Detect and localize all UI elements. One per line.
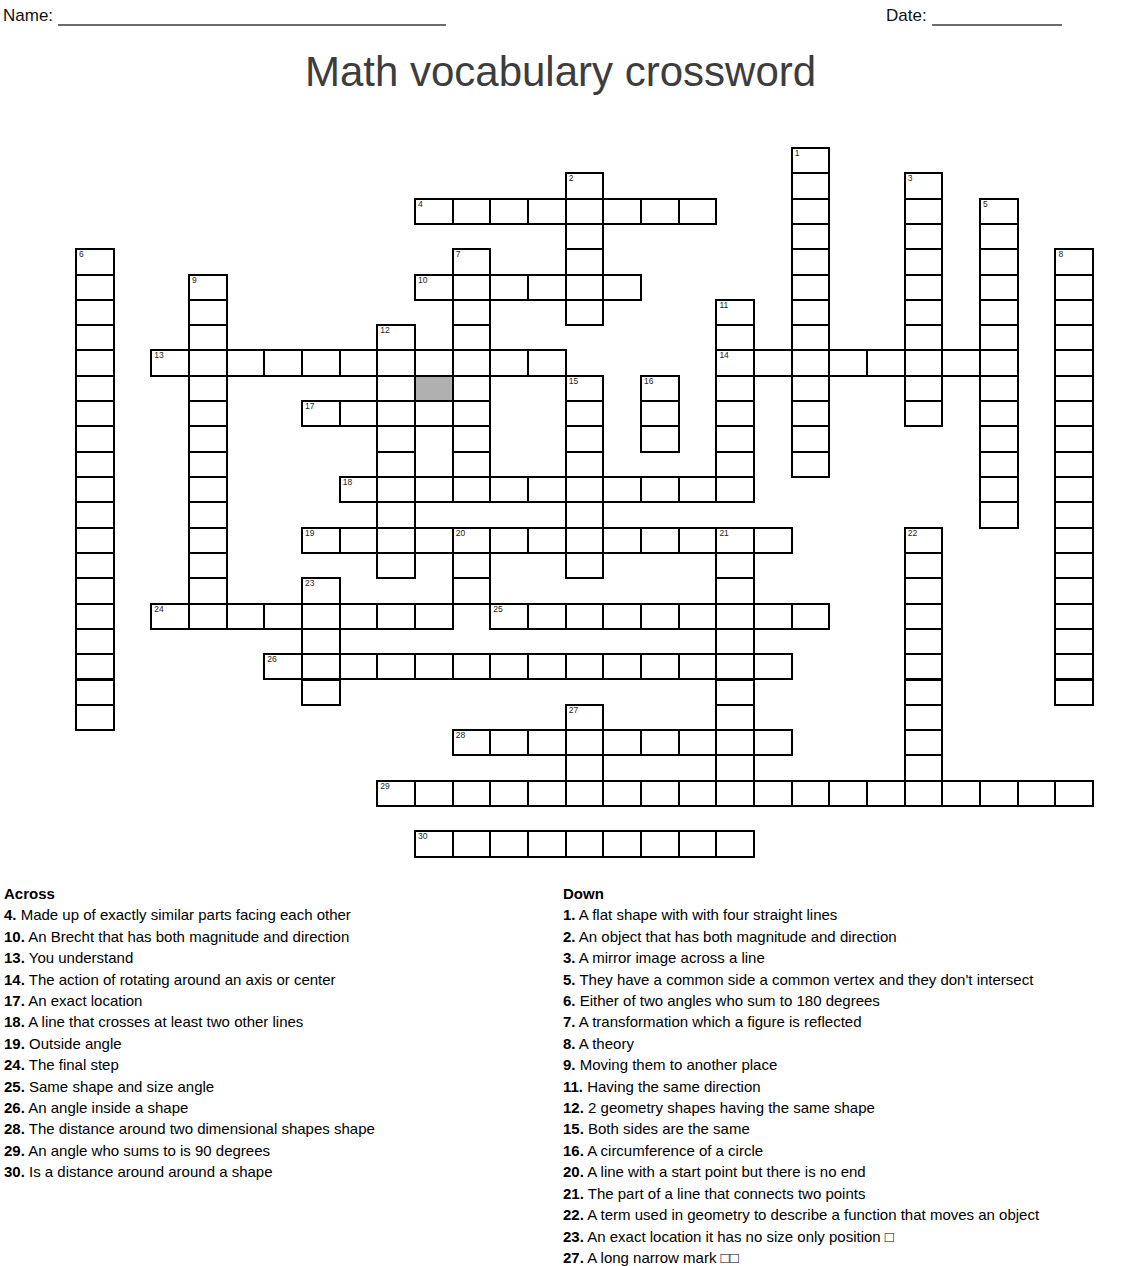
grid-cell[interactable] bbox=[414, 603, 454, 630]
grid-cell[interactable] bbox=[715, 754, 755, 781]
grid-cell[interactable] bbox=[489, 476, 529, 503]
grid-cell[interactable] bbox=[376, 501, 416, 528]
grid-cell[interactable] bbox=[75, 324, 115, 351]
grid-cell[interactable] bbox=[75, 349, 115, 376]
grid-cell[interactable] bbox=[904, 577, 944, 604]
grid-cell[interactable] bbox=[489, 349, 529, 376]
grid-cell[interactable] bbox=[904, 704, 944, 731]
grid-cell[interactable] bbox=[565, 425, 605, 452]
grid-cell[interactable] bbox=[753, 349, 793, 376]
grid-cell[interactable] bbox=[678, 780, 718, 807]
across-clue: 18. A line that crosses at least two oth… bbox=[4, 1011, 554, 1032]
grid-cell[interactable] bbox=[640, 425, 680, 452]
grid-cell[interactable] bbox=[489, 527, 529, 554]
grid-cell[interactable] bbox=[904, 198, 944, 225]
grid-cell[interactable] bbox=[791, 780, 831, 807]
grid-cell[interactable] bbox=[1054, 603, 1094, 630]
grid-cell[interactable] bbox=[715, 603, 755, 630]
grid-cell[interactable]: 14 bbox=[715, 349, 755, 376]
grid-cell[interactable] bbox=[226, 603, 266, 630]
grid-cell[interactable] bbox=[791, 223, 831, 250]
grid-cell[interactable] bbox=[376, 425, 416, 452]
grid-cell[interactable] bbox=[979, 248, 1019, 275]
clue-text: Having the same direction bbox=[583, 1078, 761, 1095]
grid-cell[interactable] bbox=[715, 577, 755, 604]
grid-cell[interactable] bbox=[602, 274, 642, 301]
grid-cell[interactable] bbox=[715, 425, 755, 452]
grid-cell[interactable] bbox=[565, 400, 605, 427]
grid-cell[interactable] bbox=[1017, 780, 1057, 807]
grid-cell[interactable]: 16 bbox=[640, 375, 680, 402]
grid-cell[interactable] bbox=[640, 198, 680, 225]
grid-cell[interactable] bbox=[1054, 628, 1094, 655]
grid-cell[interactable] bbox=[452, 198, 492, 225]
clue-list-number: 23. bbox=[563, 1228, 584, 1245]
grid-cell[interactable] bbox=[640, 476, 680, 503]
grid-cell[interactable] bbox=[414, 527, 454, 554]
grid-cell[interactable]: 7 bbox=[452, 248, 492, 275]
grid-cell[interactable] bbox=[527, 198, 567, 225]
grid-cell[interactable] bbox=[678, 198, 718, 225]
grid-cell[interactable] bbox=[188, 425, 228, 452]
grid-cell[interactable] bbox=[489, 198, 529, 225]
grid-cell[interactable]: 19 bbox=[301, 527, 341, 554]
grid-cell[interactable] bbox=[678, 603, 718, 630]
grid-cell[interactable] bbox=[904, 349, 944, 376]
grid-cell[interactable] bbox=[489, 780, 529, 807]
grid-cell[interactable] bbox=[904, 679, 944, 706]
grid-cell[interactable] bbox=[527, 274, 567, 301]
clue-text: An angle who sums to is 90 degrees bbox=[25, 1142, 270, 1159]
grid-cell[interactable] bbox=[979, 451, 1019, 478]
grid-cell[interactable] bbox=[527, 476, 567, 503]
grid-cell[interactable] bbox=[1054, 780, 1094, 807]
grid-cell[interactable] bbox=[791, 324, 831, 351]
grid-cell[interactable] bbox=[376, 552, 416, 579]
grid-cell[interactable] bbox=[414, 476, 454, 503]
grid-cell[interactable] bbox=[602, 527, 642, 554]
grid-cell[interactable] bbox=[1054, 400, 1094, 427]
grid-cell[interactable] bbox=[753, 603, 793, 630]
grid-cell[interactable] bbox=[640, 603, 680, 630]
grid-cell[interactable] bbox=[376, 375, 416, 402]
grid-cell[interactable] bbox=[489, 729, 529, 756]
grid-cell[interactable] bbox=[565, 198, 605, 225]
grid-cell[interactable] bbox=[1054, 679, 1094, 706]
grid-cell[interactable] bbox=[904, 375, 944, 402]
grid-cell[interactable] bbox=[452, 476, 492, 503]
grid-cell[interactable] bbox=[565, 248, 605, 275]
grid-cell[interactable] bbox=[565, 603, 605, 630]
grid-cell[interactable] bbox=[1054, 476, 1094, 503]
down-header: Down bbox=[563, 883, 1118, 904]
grid-cell[interactable] bbox=[188, 603, 228, 630]
grid-cell[interactable]: 8 bbox=[1054, 248, 1094, 275]
across-clue: 14. The action of rotating around an axi… bbox=[4, 969, 554, 990]
grid-cell[interactable]: 15 bbox=[565, 375, 605, 402]
grid-cell[interactable]: 18 bbox=[339, 476, 379, 503]
grid-cell[interactable]: 29 bbox=[376, 780, 416, 807]
grid-cell[interactable] bbox=[640, 400, 680, 427]
grid-cell[interactable] bbox=[414, 653, 454, 680]
grid-cell[interactable] bbox=[339, 603, 379, 630]
grid-cell[interactable] bbox=[904, 324, 944, 351]
grid-cell[interactable] bbox=[489, 274, 529, 301]
grid-cell[interactable] bbox=[188, 400, 228, 427]
grid-cell[interactable] bbox=[301, 349, 341, 376]
grid-cell[interactable] bbox=[75, 451, 115, 478]
grid-cell[interactable] bbox=[339, 400, 379, 427]
grid-cell[interactable] bbox=[414, 400, 454, 427]
grid-cell[interactable] bbox=[678, 653, 718, 680]
grid-cell[interactable] bbox=[1054, 501, 1094, 528]
grid-cell[interactable] bbox=[527, 830, 567, 857]
grid-cell[interactable] bbox=[791, 349, 831, 376]
grid-cell[interactable] bbox=[301, 603, 341, 630]
down-clue: 8. A theory bbox=[563, 1033, 1118, 1054]
grid-cell[interactable] bbox=[565, 552, 605, 579]
grid-cell[interactable] bbox=[188, 501, 228, 528]
grid-cell[interactable] bbox=[715, 830, 755, 857]
grid-cell[interactable] bbox=[565, 451, 605, 478]
grid-cell[interactable] bbox=[715, 552, 755, 579]
grid-cell[interactable] bbox=[791, 400, 831, 427]
grid-cell[interactable]: 11 bbox=[715, 299, 755, 326]
grid-cell[interactable] bbox=[226, 349, 266, 376]
grid-cell[interactable] bbox=[527, 653, 567, 680]
grid-cell[interactable] bbox=[75, 501, 115, 528]
grid-cell[interactable] bbox=[452, 830, 492, 857]
clue-list-number: 3. bbox=[563, 949, 576, 966]
grid-cell[interactable] bbox=[75, 375, 115, 402]
grid-cell[interactable]: 4 bbox=[414, 198, 454, 225]
grid-cell[interactable]: 22 bbox=[904, 527, 944, 554]
grid-cell[interactable] bbox=[75, 476, 115, 503]
grid-cell[interactable] bbox=[941, 780, 981, 807]
grid-cell[interactable] bbox=[979, 780, 1019, 807]
grid-cell[interactable] bbox=[602, 603, 642, 630]
grid-cell[interactable] bbox=[452, 653, 492, 680]
grid-cell[interactable] bbox=[715, 375, 755, 402]
grid-cell[interactable] bbox=[715, 704, 755, 731]
grid-cell[interactable] bbox=[979, 375, 1019, 402]
grid-cell[interactable] bbox=[75, 704, 115, 731]
grid-cell[interactable] bbox=[1054, 324, 1094, 351]
grid-cell[interactable] bbox=[904, 223, 944, 250]
grid-cell[interactable] bbox=[75, 425, 115, 452]
grid-cell[interactable] bbox=[1054, 577, 1094, 604]
grid-cell[interactable] bbox=[828, 780, 868, 807]
grid-cell[interactable] bbox=[828, 349, 868, 376]
grid-cell[interactable] bbox=[791, 198, 831, 225]
grid-cell[interactable] bbox=[339, 527, 379, 554]
grid-cell[interactable] bbox=[376, 476, 416, 503]
crossword-grid: 1234567891011121314151617181920212223242… bbox=[75, 147, 1095, 859]
grid-cell[interactable]: 1 bbox=[791, 147, 831, 174]
grid-cell[interactable]: 21 bbox=[715, 527, 755, 554]
grid-cell[interactable] bbox=[376, 653, 416, 680]
grid-cell[interactable] bbox=[715, 451, 755, 478]
grid-cell[interactable] bbox=[263, 349, 303, 376]
grid-cell[interactable] bbox=[75, 552, 115, 579]
grid-cell[interactable] bbox=[339, 653, 379, 680]
grid-cell[interactable] bbox=[376, 451, 416, 478]
grid-cell[interactable] bbox=[715, 679, 755, 706]
grid-cell[interactable] bbox=[452, 780, 492, 807]
grid-cell[interactable] bbox=[640, 830, 680, 857]
grid-cell[interactable] bbox=[452, 577, 492, 604]
grid-cell[interactable] bbox=[75, 299, 115, 326]
grid-cell[interactable] bbox=[640, 527, 680, 554]
grid-cell[interactable] bbox=[678, 729, 718, 756]
grid-cell[interactable] bbox=[565, 527, 605, 554]
grid-cell[interactable] bbox=[791, 299, 831, 326]
date-label: Date: bbox=[886, 6, 927, 25]
clue-number: 24 bbox=[154, 605, 163, 614]
grid-cell[interactable] bbox=[188, 451, 228, 478]
date-field-row: Date: bbox=[886, 6, 1062, 26]
grid-cell[interactable] bbox=[979, 425, 1019, 452]
grid-cell[interactable] bbox=[791, 375, 831, 402]
grid-cell[interactable] bbox=[452, 425, 492, 452]
grid-cell[interactable] bbox=[979, 324, 1019, 351]
grid-cell[interactable] bbox=[979, 274, 1019, 301]
grid-cell[interactable] bbox=[753, 527, 793, 554]
grid-cell[interactable]: 26 bbox=[263, 653, 303, 680]
grid-cell[interactable] bbox=[1054, 375, 1094, 402]
grid-cell[interactable] bbox=[452, 299, 492, 326]
grid-cell[interactable] bbox=[602, 653, 642, 680]
grid-cell[interactable] bbox=[188, 577, 228, 604]
grid-cell[interactable] bbox=[1054, 299, 1094, 326]
grid-cell[interactable] bbox=[941, 349, 981, 376]
grid-cell[interactable] bbox=[1054, 274, 1094, 301]
clue-text: An angle inside a shape bbox=[25, 1099, 188, 1116]
grid-cell[interactable] bbox=[753, 780, 793, 807]
grid-cell[interactable] bbox=[602, 780, 642, 807]
grid-cell[interactable] bbox=[640, 653, 680, 680]
grid-cell[interactable]: 23 bbox=[301, 577, 341, 604]
grid-cell[interactable] bbox=[1054, 527, 1094, 554]
grid-cell[interactable]: 2 bbox=[565, 172, 605, 199]
grid-cell[interactable] bbox=[75, 400, 115, 427]
grid-cell[interactable] bbox=[904, 628, 944, 655]
grid-cell[interactable] bbox=[188, 527, 228, 554]
grid-cell[interactable]: 3 bbox=[904, 172, 944, 199]
grid-cell[interactable] bbox=[376, 603, 416, 630]
grid-cell[interactable] bbox=[452, 375, 492, 402]
grid-cell[interactable] bbox=[414, 349, 454, 376]
grid-cell[interactable] bbox=[75, 527, 115, 554]
grid-cell[interactable] bbox=[602, 476, 642, 503]
grid-cell[interactable] bbox=[301, 653, 341, 680]
grid-cell[interactable] bbox=[979, 349, 1019, 376]
grid-cell[interactable] bbox=[565, 476, 605, 503]
grid-cell[interactable] bbox=[301, 628, 341, 655]
grid-cell[interactable] bbox=[715, 780, 755, 807]
grid-cell[interactable] bbox=[904, 653, 944, 680]
grid-cell[interactable] bbox=[904, 729, 944, 756]
grid-cell[interactable] bbox=[640, 780, 680, 807]
grid-cell[interactable] bbox=[1054, 552, 1094, 579]
grid-cell[interactable] bbox=[565, 729, 605, 756]
grid-cell[interactable] bbox=[339, 349, 379, 376]
grid-cell[interactable] bbox=[188, 476, 228, 503]
grid-cell[interactable] bbox=[753, 729, 793, 756]
grid-cell[interactable]: 30 bbox=[414, 830, 454, 857]
grid-cell[interactable] bbox=[452, 274, 492, 301]
grid-cell[interactable] bbox=[1054, 349, 1094, 376]
clue-list-number: 2. bbox=[563, 928, 576, 945]
grid-cell[interactable] bbox=[904, 780, 944, 807]
grid-cell[interactable] bbox=[527, 780, 567, 807]
grid-cell[interactable] bbox=[414, 780, 454, 807]
grid-cell[interactable] bbox=[452, 349, 492, 376]
grid-cell[interactable]: 9 bbox=[188, 274, 228, 301]
grid-cell[interactable] bbox=[640, 729, 680, 756]
grid-cell[interactable]: 25 bbox=[489, 603, 529, 630]
grid-cell[interactable] bbox=[75, 679, 115, 706]
grid-cell[interactable] bbox=[904, 603, 944, 630]
grid-cell[interactable] bbox=[678, 527, 718, 554]
grid-cell[interactable] bbox=[904, 400, 944, 427]
grid-cell[interactable] bbox=[565, 223, 605, 250]
clue-text: A transformation which a figure is refle… bbox=[576, 1013, 862, 1030]
name-blank-line[interactable] bbox=[58, 8, 446, 26]
grid-cell[interactable] bbox=[979, 400, 1019, 427]
grid-cell[interactable] bbox=[791, 425, 831, 452]
grid-cell[interactable]: 13 bbox=[150, 349, 190, 376]
grid-cell[interactable] bbox=[1054, 451, 1094, 478]
grid-cell[interactable] bbox=[188, 299, 228, 326]
clue-number: 19 bbox=[305, 529, 314, 538]
grid-cell[interactable] bbox=[263, 603, 303, 630]
clue-number: 21 bbox=[719, 529, 728, 538]
grid-cell[interactable] bbox=[452, 400, 492, 427]
grid-cell[interactable] bbox=[678, 476, 718, 503]
grid-cell[interactable] bbox=[75, 628, 115, 655]
grid-cell[interactable] bbox=[904, 248, 944, 275]
clue-list-number: 10. bbox=[4, 928, 25, 945]
grid-cell[interactable]: 28 bbox=[452, 729, 492, 756]
grid-cell[interactable] bbox=[753, 653, 793, 680]
clue-text: A term used in geometry to describe a fu… bbox=[584, 1206, 1039, 1223]
grid-cell[interactable] bbox=[678, 830, 718, 857]
grid-cell[interactable] bbox=[188, 349, 228, 376]
grid-cell[interactable] bbox=[866, 780, 906, 807]
clue-text: You understand bbox=[25, 949, 133, 966]
grid-cell[interactable] bbox=[527, 603, 567, 630]
clue-number: 20 bbox=[456, 529, 465, 538]
grid-cell[interactable] bbox=[301, 679, 341, 706]
grid-cell[interactable] bbox=[452, 451, 492, 478]
grid-cell[interactable]: 5 bbox=[979, 198, 1019, 225]
grid-cell[interactable] bbox=[791, 274, 831, 301]
grid-cell[interactable] bbox=[979, 223, 1019, 250]
clue-text: Both sides are the same bbox=[584, 1120, 750, 1137]
grid-cell[interactable] bbox=[979, 299, 1019, 326]
grid-cell[interactable] bbox=[715, 476, 755, 503]
grid-cell[interactable] bbox=[602, 198, 642, 225]
across-clue: 25. Same shape and size angle bbox=[4, 1076, 554, 1097]
grid-cell[interactable]: 12 bbox=[376, 324, 416, 351]
grid-cell[interactable] bbox=[602, 830, 642, 857]
grid-cell[interactable] bbox=[489, 653, 529, 680]
grid-cell[interactable] bbox=[904, 754, 944, 781]
grid-cell[interactable] bbox=[715, 729, 755, 756]
grid-cell[interactable] bbox=[376, 349, 416, 376]
grid-cell[interactable] bbox=[565, 501, 605, 528]
grid-cell[interactable] bbox=[602, 729, 642, 756]
down-clue: 7. A transformation which a figure is re… bbox=[563, 1011, 1118, 1032]
grid-cell[interactable] bbox=[904, 274, 944, 301]
grid-cell[interactable] bbox=[452, 324, 492, 351]
grid-cell[interactable] bbox=[376, 527, 416, 554]
grid-cell[interactable] bbox=[188, 324, 228, 351]
grid-cell[interactable] bbox=[452, 552, 492, 579]
grid-cell[interactable] bbox=[791, 603, 831, 630]
grid-cell[interactable] bbox=[791, 172, 831, 199]
grid-cell[interactable] bbox=[715, 324, 755, 351]
grid-cell[interactable] bbox=[565, 299, 605, 326]
grid-cell[interactable] bbox=[565, 754, 605, 781]
grid-cell[interactable] bbox=[489, 830, 529, 857]
grid-cell[interactable]: 17 bbox=[301, 400, 341, 427]
grid-cell[interactable] bbox=[791, 248, 831, 275]
grid-cell[interactable] bbox=[75, 653, 115, 680]
clue-list-number: 7. bbox=[563, 1013, 576, 1030]
grid-cell[interactable] bbox=[565, 830, 605, 857]
date-blank-line[interactable] bbox=[932, 8, 1062, 26]
grid-cell[interactable] bbox=[565, 653, 605, 680]
grid-cell[interactable] bbox=[715, 400, 755, 427]
grid-cell[interactable] bbox=[1054, 653, 1094, 680]
grid-cell[interactable] bbox=[1054, 425, 1094, 452]
grid-cell[interactable] bbox=[75, 603, 115, 630]
clue-text: A long narrow mark □□ bbox=[584, 1249, 739, 1266]
grid-cell[interactable] bbox=[527, 349, 567, 376]
grid-cell[interactable] bbox=[527, 527, 567, 554]
grid-cell[interactable] bbox=[188, 375, 228, 402]
grid-cell[interactable] bbox=[791, 451, 831, 478]
grid-cell[interactable] bbox=[75, 274, 115, 301]
grid-cell[interactable] bbox=[75, 577, 115, 604]
grid-cell[interactable] bbox=[904, 299, 944, 326]
grid-cell[interactable] bbox=[376, 400, 416, 427]
grid-cell[interactable] bbox=[866, 349, 906, 376]
grid-cell[interactable] bbox=[565, 274, 605, 301]
across-clues-section: Across 4. Made up of exactly similar par… bbox=[4, 883, 554, 1183]
grid-cell[interactable] bbox=[979, 476, 1019, 503]
grid-cell[interactable] bbox=[527, 729, 567, 756]
grid-cell[interactable] bbox=[979, 501, 1019, 528]
clue-text: An exact location it has no size only po… bbox=[584, 1228, 894, 1245]
grid-cell[interactable] bbox=[715, 628, 755, 655]
grid-cell[interactable]: 10 bbox=[414, 274, 454, 301]
grid-cell[interactable]: 27 bbox=[565, 704, 605, 731]
clue-number: 30 bbox=[418, 832, 427, 841]
grid-cell[interactable] bbox=[715, 653, 755, 680]
grid-cell[interactable] bbox=[565, 780, 605, 807]
grid-cell[interactable] bbox=[904, 552, 944, 579]
grid-cell[interactable] bbox=[188, 552, 228, 579]
grid-cell[interactable]: 6 bbox=[75, 248, 115, 275]
across-clue: 13. You understand bbox=[4, 947, 554, 968]
down-clue: 16. A circumference of a circle bbox=[563, 1140, 1118, 1161]
clue-text: Outside angle bbox=[25, 1035, 122, 1052]
grid-cell[interactable]: 20 bbox=[452, 527, 492, 554]
grid-cell[interactable]: 24 bbox=[150, 603, 190, 630]
